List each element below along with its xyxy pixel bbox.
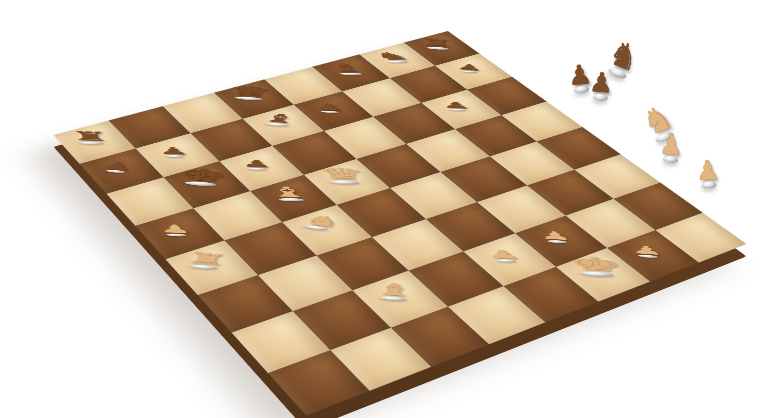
metal-hemisphere-base <box>449 108 467 111</box>
maple-pawn-piece: ♟ <box>658 132 684 159</box>
metal-hemisphere-base <box>573 86 589 94</box>
metal-hemisphere-base <box>592 94 608 102</box>
metal-hemisphere-base <box>496 259 517 262</box>
metal-hemisphere-base <box>387 60 410 63</box>
metal-hemisphere-base <box>80 141 105 144</box>
product-photo-stage: ♜♟♞♟♟♝♟♚♟♟♛♝♛♟♝♞♝♟♚♜♟♟♜ ♟♟♞♞♟♟ <box>0 0 768 418</box>
metal-hemisphere-base <box>547 240 567 244</box>
metal-hemisphere-base <box>320 110 338 113</box>
metal-hemisphere-base <box>248 167 267 170</box>
metal-hemisphere-base <box>166 233 187 236</box>
board-scene: ♜♟♞♟♟♝♟♚♟♟♛♝♛♟♝♞♝♟♚♜♟♟♜ ♟♟♞♞♟♟ <box>0 0 768 418</box>
metal-hemisphere-base <box>339 73 363 76</box>
chess-board: ♜♟♞♟♟♝♟♚♟♟♛♝♛♟♝♞♝♟♚♜♟♟♜ <box>54 31 747 416</box>
metal-hemisphere-base <box>329 180 360 185</box>
metal-hemisphere-base <box>460 70 477 73</box>
metal-hemisphere-base <box>165 155 184 158</box>
metal-hemisphere-base <box>427 47 449 50</box>
maple-pawn-piece: ♟ <box>695 157 721 184</box>
metal-hemisphere-base <box>701 182 716 189</box>
metal-hemisphere-base <box>278 198 305 202</box>
metal-hemisphere-base <box>662 156 678 164</box>
maple-bishop-piece: ♝ <box>265 185 311 199</box>
maple-queen-piece: ♛ <box>316 165 367 181</box>
